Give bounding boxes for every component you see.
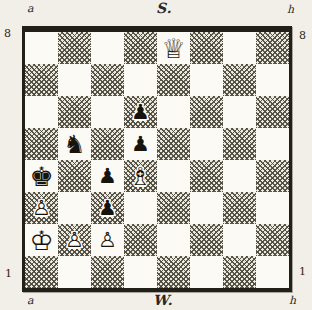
file-label-bottom-a: a [27,294,34,307]
square-g4 [223,160,256,192]
square-c5 [91,128,124,160]
square-g5 [223,128,256,160]
square-d4: ♝♗ [124,160,157,192]
square-g2 [223,224,256,256]
square-b4 [58,160,91,192]
square-a4: ♚♚ [25,160,58,192]
chess-board-frame: ♛♕♟♟♞♞♟♟♚♚♟♟♝♗♟♙♟♟♚♔♟♙♟♙ [22,26,292,292]
piece-white-king-a2: ♚♔ [29,227,53,254]
square-h4 [256,160,289,192]
square-d5: ♟♟ [124,128,157,160]
piece-white-pawn-b2: ♟♙ [65,230,84,251]
square-e8: ♛♕ [157,32,190,64]
square-c1 [91,256,124,288]
square-b8 [58,32,91,64]
square-b5: ♞♞ [58,128,91,160]
square-b3 [58,192,91,224]
square-h2 [256,224,289,256]
square-f4 [190,160,223,192]
square-a3: ♟♙ [25,192,58,224]
square-f8 [190,32,223,64]
square-c2: ♟♙ [91,224,124,256]
square-f1 [190,256,223,288]
book-page: { "game": "chess", "position": { "fen": … [0,0,312,310]
square-b7 [58,64,91,96]
piece-white-pawn-c2: ♟♙ [98,230,117,251]
square-a1 [25,256,58,288]
square-f7 [190,64,223,96]
rank-label-right-8: 8 [299,29,306,42]
square-g8 [223,32,256,64]
square-h5 [256,128,289,160]
square-b2: ♟♙ [58,224,91,256]
piece-black-knight-b5: ♞♞ [63,132,85,157]
square-a7 [25,64,58,96]
square-e7 [157,64,190,96]
square-d1 [124,256,157,288]
square-d3 [124,192,157,224]
piece-black-king-a4: ♚♚ [29,163,53,190]
square-f6 [190,96,223,128]
square-c3: ♟♟ [91,192,124,224]
piece-black-pawn-d5: ♟♟ [131,134,150,155]
square-d2 [124,224,157,256]
file-label-top-h: h [287,3,294,16]
square-f5 [190,128,223,160]
piece-black-pawn-c4: ♟♟ [98,166,117,187]
square-e4 [157,160,190,192]
square-f3 [190,192,223,224]
square-e2 [157,224,190,256]
square-e1 [157,256,190,288]
rank-label-left-8: 8 [4,27,11,40]
square-d6: ♟♟ [124,96,157,128]
square-h1 [256,256,289,288]
file-label-bottom-h: h [289,294,296,307]
square-d8 [124,32,157,64]
rank-label-left-1: 1 [5,267,12,280]
square-g1 [223,256,256,288]
square-c8 [91,32,124,64]
square-g3 [223,192,256,224]
square-a2: ♚♔ [25,224,58,256]
square-e3 [157,192,190,224]
square-a6 [25,96,58,128]
square-h7 [256,64,289,96]
rank-label-right-1: 1 [299,265,306,278]
square-a5 [25,128,58,160]
piece-white-bishop-d4: ♝♗ [129,164,151,189]
square-d7 [124,64,157,96]
square-c6 [91,96,124,128]
file-label-top-a: a [27,2,34,15]
square-g7 [223,64,256,96]
square-h3 [256,192,289,224]
square-b1 [58,256,91,288]
square-a8 [25,32,58,64]
piece-black-pawn-c3: ♟♟ [98,198,117,219]
square-e6 [157,96,190,128]
piece-white-pawn-a3: ♟♙ [32,198,51,219]
square-g6 [223,96,256,128]
square-b6 [58,96,91,128]
square-c4: ♟♟ [91,160,124,192]
square-c7 [91,64,124,96]
square-h6 [256,96,289,128]
piece-white-queen-e8: ♛♕ [161,35,185,62]
black-side-label: S. [156,0,173,16]
square-f2 [190,224,223,256]
chess-board: ♛♕♟♟♞♞♟♟♚♚♟♟♝♗♟♙♟♟♚♔♟♙♟♙ [25,32,289,288]
piece-black-pawn-d6: ♟♟ [131,102,150,123]
white-side-label: W. [153,292,173,308]
square-e5 [157,128,190,160]
square-h8 [256,32,289,64]
